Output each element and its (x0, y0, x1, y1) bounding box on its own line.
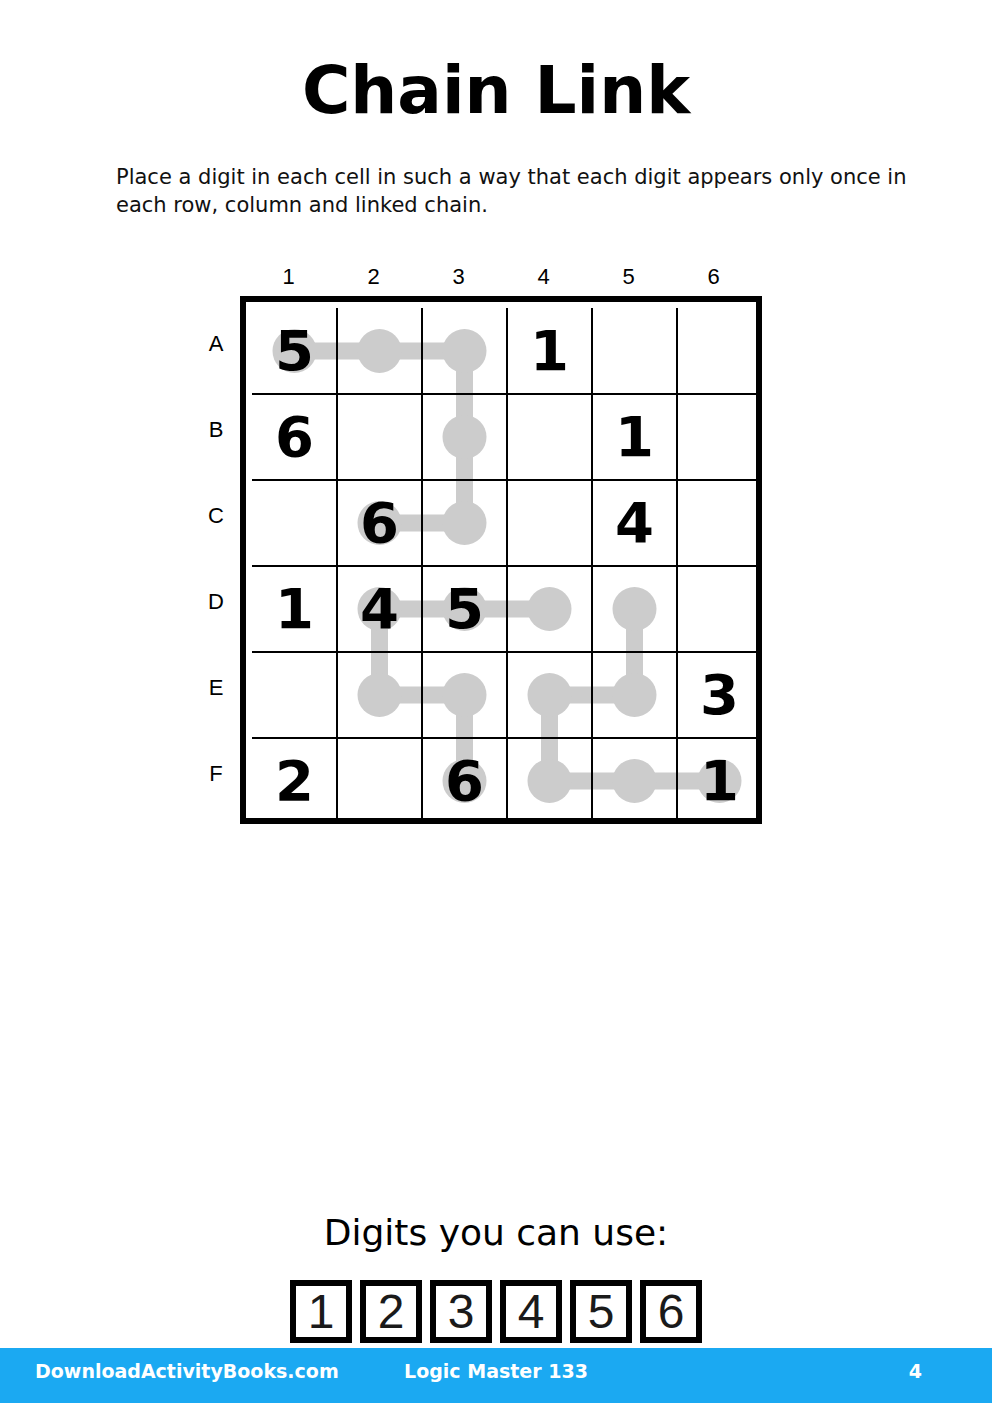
cell-C6[interactable] (677, 480, 762, 566)
cell-C2: 6 (337, 480, 422, 566)
footer-bar: DownloadActivityBooks.com Logic Master 1… (0, 1348, 992, 1403)
cell-C5: 4 (592, 480, 677, 566)
puzzle-board: 5161641453261 (240, 296, 762, 824)
row-label-B: B (202, 417, 230, 443)
row-label-C: C (202, 503, 230, 529)
cell-F2[interactable] (337, 738, 422, 824)
cell-B2[interactable] (337, 394, 422, 480)
puzzle-page: Chain Link Place a digit in each cell in… (0, 0, 992, 1403)
cell-F1: 2 (252, 738, 337, 824)
cell-C3[interactable] (422, 480, 507, 566)
row-label-D: D (202, 589, 230, 615)
cell-B6[interactable] (677, 394, 762, 480)
col-label-2: 2 (331, 264, 416, 290)
cell-F6: 1 (677, 738, 762, 824)
digit-option-3: 3 (430, 1280, 492, 1343)
cell-A3[interactable] (422, 308, 507, 394)
cell-B3[interactable] (422, 394, 507, 480)
cell-F3: 6 (422, 738, 507, 824)
digit-options: 123456 (0, 1280, 992, 1343)
cell-A6[interactable] (677, 308, 762, 394)
cell-C1[interactable] (252, 480, 337, 566)
cell-D6[interactable] (677, 566, 762, 652)
digit-option-6: 6 (640, 1280, 702, 1343)
row-label-E: E (202, 675, 230, 701)
cell-A4: 1 (507, 308, 592, 394)
digits-heading: Digits you can use: (0, 1212, 992, 1253)
cell-B4[interactable] (507, 394, 592, 480)
row-label-F: F (202, 761, 230, 787)
cell-B1: 6 (252, 394, 337, 480)
board-area: 123456 ABCDEF 5161641453261 (240, 296, 762, 824)
cell-F4[interactable] (507, 738, 592, 824)
cell-D1: 1 (252, 566, 337, 652)
col-label-1: 1 (246, 264, 331, 290)
cell-F5[interactable] (592, 738, 677, 824)
digit-option-4: 4 (500, 1280, 562, 1343)
cell-E2[interactable] (337, 652, 422, 738)
cell-E5[interactable] (592, 652, 677, 738)
column-labels: 123456 (246, 264, 756, 290)
instructions-text: Place a digit in each cell in such a way… (116, 163, 916, 219)
digit-option-5: 5 (570, 1280, 632, 1343)
cell-C4[interactable] (507, 480, 592, 566)
cell-E3[interactable] (422, 652, 507, 738)
cell-E4[interactable] (507, 652, 592, 738)
cell-grid: 5161641453261 (252, 308, 762, 824)
cell-D3: 5 (422, 566, 507, 652)
col-label-3: 3 (416, 264, 501, 290)
footer-page-number: 4 (909, 1360, 922, 1382)
digit-option-1: 1 (290, 1280, 352, 1343)
col-label-6: 6 (671, 264, 756, 290)
cell-E1[interactable] (252, 652, 337, 738)
cell-D5[interactable] (592, 566, 677, 652)
cell-E6: 3 (677, 652, 762, 738)
row-label-A: A (202, 331, 230, 357)
cell-A2[interactable] (337, 308, 422, 394)
footer-book-title: Logic Master 133 (0, 1360, 992, 1382)
cell-A1: 5 (252, 308, 337, 394)
cell-A5[interactable] (592, 308, 677, 394)
digit-option-2: 2 (360, 1280, 422, 1343)
cell-B5: 1 (592, 394, 677, 480)
cell-D4[interactable] (507, 566, 592, 652)
page-title: Chain Link (0, 52, 992, 129)
col-label-5: 5 (586, 264, 671, 290)
cell-D2: 4 (337, 566, 422, 652)
col-label-4: 4 (501, 264, 586, 290)
